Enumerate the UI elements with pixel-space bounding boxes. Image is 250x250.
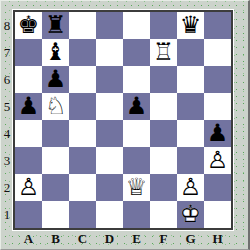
file-label-e: E xyxy=(123,231,150,247)
file-label-h: H xyxy=(204,231,231,247)
file-label-b: B xyxy=(42,231,69,247)
piece-glyph: ♛ xyxy=(177,12,204,39)
piece-black-pawn: ♟ xyxy=(42,66,69,93)
square-a5[interactable]: ♟ xyxy=(15,93,42,120)
piece-black-rook: ♜ xyxy=(42,12,69,39)
square-g7[interactable] xyxy=(177,39,204,66)
square-c6[interactable] xyxy=(69,66,96,93)
piece-outline: ♕ xyxy=(123,174,150,201)
square-h2[interactable] xyxy=(204,174,231,201)
square-b8[interactable]: ♜ xyxy=(42,12,69,39)
square-e3[interactable] xyxy=(123,147,150,174)
square-e4[interactable] xyxy=(123,120,150,147)
piece-black-queen: ♛ xyxy=(177,12,204,39)
square-a4[interactable] xyxy=(15,120,42,147)
rank-label-1: 1 xyxy=(1,201,13,228)
square-f6[interactable] xyxy=(150,66,177,93)
square-g1[interactable]: ♚♔ xyxy=(177,201,204,228)
square-h3[interactable]: ♟♙ xyxy=(204,147,231,174)
piece-glyph: ♝ xyxy=(42,39,69,66)
piece-white-queen: ♛♕ xyxy=(123,174,150,201)
piece-white-pawn: ♟♙ xyxy=(177,174,204,201)
file-label-d: D xyxy=(96,231,123,247)
square-f4[interactable] xyxy=(150,120,177,147)
square-e5[interactable]: ♟ xyxy=(123,93,150,120)
rank-label-5: 5 xyxy=(1,93,13,120)
chess-board: ♚♜♛♝♜♖♟♟♞♘♟♟♟♙♟♙♛♕♟♙♚♔ xyxy=(13,10,233,230)
square-f5[interactable] xyxy=(150,93,177,120)
square-b7[interactable]: ♝ xyxy=(42,39,69,66)
square-h6[interactable] xyxy=(204,66,231,93)
square-f1[interactable] xyxy=(150,201,177,228)
piece-outline: ♖ xyxy=(150,39,177,66)
square-e2[interactable]: ♛♕ xyxy=(123,174,150,201)
square-f2[interactable] xyxy=(150,174,177,201)
square-c1[interactable] xyxy=(69,201,96,228)
square-d6[interactable] xyxy=(96,66,123,93)
square-f7[interactable]: ♜♖ xyxy=(150,39,177,66)
piece-white-king: ♚♔ xyxy=(177,201,204,228)
square-g5[interactable] xyxy=(177,93,204,120)
file-label-a: A xyxy=(15,231,42,247)
square-h5[interactable] xyxy=(204,93,231,120)
square-a7[interactable] xyxy=(15,39,42,66)
piece-white-rook: ♜♖ xyxy=(150,39,177,66)
rank-label-4: 4 xyxy=(1,120,13,147)
square-d1[interactable] xyxy=(96,201,123,228)
square-g2[interactable]: ♟♙ xyxy=(177,174,204,201)
file-label-g: G xyxy=(177,231,204,247)
piece-outline: ♘ xyxy=(42,93,69,120)
piece-black-pawn: ♟ xyxy=(123,93,150,120)
square-c3[interactable] xyxy=(69,147,96,174)
piece-black-bishop: ♝ xyxy=(42,39,69,66)
square-e8[interactable] xyxy=(123,12,150,39)
square-g6[interactable] xyxy=(177,66,204,93)
square-h1[interactable] xyxy=(204,201,231,228)
square-b1[interactable] xyxy=(42,201,69,228)
square-g8[interactable]: ♛ xyxy=(177,12,204,39)
piece-white-knight: ♞♘ xyxy=(42,93,69,120)
rank-label-6: 6 xyxy=(1,66,13,93)
square-d3[interactable] xyxy=(96,147,123,174)
square-b4[interactable] xyxy=(42,120,69,147)
piece-white-pawn: ♟♙ xyxy=(204,147,231,174)
square-d7[interactable] xyxy=(96,39,123,66)
square-a1[interactable] xyxy=(15,201,42,228)
square-d4[interactable] xyxy=(96,120,123,147)
square-e1[interactable] xyxy=(123,201,150,228)
square-a2[interactable]: ♟♙ xyxy=(15,174,42,201)
piece-glyph: ♟ xyxy=(204,120,231,147)
piece-black-pawn: ♟ xyxy=(15,93,42,120)
piece-outline: ♙ xyxy=(204,147,231,174)
square-h7[interactable] xyxy=(204,39,231,66)
piece-outline: ♙ xyxy=(177,174,204,201)
square-b3[interactable] xyxy=(42,147,69,174)
piece-glyph: ♚ xyxy=(15,12,42,39)
piece-glyph: ♜ xyxy=(42,12,69,39)
square-c4[interactable] xyxy=(69,120,96,147)
rank-labels: 87654321 xyxy=(1,12,13,228)
square-f3[interactable] xyxy=(150,147,177,174)
rank-label-8: 8 xyxy=(1,12,13,39)
square-g3[interactable] xyxy=(177,147,204,174)
square-a8[interactable]: ♚ xyxy=(15,12,42,39)
square-d2[interactable] xyxy=(96,174,123,201)
piece-outline: ♙ xyxy=(15,174,42,201)
square-d5[interactable] xyxy=(96,93,123,120)
square-c5[interactable] xyxy=(69,93,96,120)
piece-glyph: ♟ xyxy=(123,93,150,120)
file-label-f: F xyxy=(150,231,177,247)
piece-black-pawn: ♟ xyxy=(204,120,231,147)
square-h4[interactable]: ♟ xyxy=(204,120,231,147)
piece-glyph: ♟ xyxy=(42,66,69,93)
piece-glyph: ♟ xyxy=(15,93,42,120)
chess-diagram: 87654321 ♚♜♛♝♜♖♟♟♞♘♟♟♟♙♟♙♛♕♟♙♚♔ ABCDEFGH xyxy=(0,0,250,250)
rank-label-3: 3 xyxy=(1,147,13,174)
square-a3[interactable] xyxy=(15,147,42,174)
piece-outline: ♔ xyxy=(177,201,204,228)
square-b2[interactable] xyxy=(42,174,69,201)
rank-label-2: 2 xyxy=(1,174,13,201)
square-g4[interactable] xyxy=(177,120,204,147)
piece-white-pawn: ♟♙ xyxy=(15,174,42,201)
piece-black-king: ♚ xyxy=(15,12,42,39)
square-h8[interactable] xyxy=(204,12,231,39)
file-labels: ABCDEFGH xyxy=(15,231,231,247)
square-a6[interactable] xyxy=(15,66,42,93)
file-label-c: C xyxy=(69,231,96,247)
square-e7[interactable] xyxy=(123,39,150,66)
square-e6[interactable] xyxy=(123,66,150,93)
square-d8[interactable] xyxy=(96,12,123,39)
square-c7[interactable] xyxy=(69,39,96,66)
square-b5[interactable]: ♞♘ xyxy=(42,93,69,120)
rank-label-7: 7 xyxy=(1,39,13,66)
square-f8[interactable] xyxy=(150,12,177,39)
square-c2[interactable] xyxy=(69,174,96,201)
square-b6[interactable]: ♟ xyxy=(42,66,69,93)
square-c8[interactable] xyxy=(69,12,96,39)
